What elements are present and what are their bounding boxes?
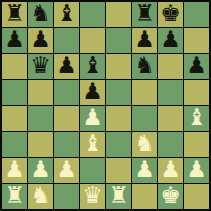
square-h8[interactable] — [184, 2, 209, 27]
square-a7[interactable]: ♟ — [2, 28, 27, 53]
white-pawn-f2[interactable]: ♟ — [134, 158, 155, 182]
black-knight-f6[interactable]: ♞ — [134, 54, 155, 78]
chess-app: ♜♞♝♜♚♟♟♟♟♛♟♝♞♟♟♟♝♝♞♟♟♟♟♟♟♜♞♛♜♚ — [0, 0, 211, 211]
square-h3[interactable] — [184, 132, 209, 157]
white-pawn-d4[interactable]: ♟ — [82, 106, 103, 130]
square-e4[interactable] — [106, 106, 131, 131]
square-a4[interactable] — [2, 106, 27, 131]
square-c3[interactable] — [54, 132, 79, 157]
square-a5[interactable] — [2, 80, 27, 105]
square-g2[interactable]: ♟ — [158, 158, 183, 183]
square-g4[interactable] — [158, 106, 183, 131]
square-h4[interactable]: ♝ — [184, 106, 209, 131]
square-c6[interactable]: ♟ — [54, 54, 79, 79]
square-b6[interactable]: ♛ — [28, 54, 53, 79]
black-pawn-d5[interactable]: ♟ — [82, 80, 103, 104]
black-bishop-c8[interactable]: ♝ — [56, 2, 77, 26]
square-h1[interactable] — [184, 184, 209, 209]
square-b3[interactable] — [28, 132, 53, 157]
white-knight-f3[interactable]: ♞ — [134, 132, 155, 156]
square-d3[interactable]: ♝ — [80, 132, 105, 157]
square-e3[interactable] — [106, 132, 131, 157]
square-g5[interactable] — [158, 80, 183, 105]
black-rook-f8[interactable]: ♜ — [134, 2, 155, 26]
square-a8[interactable]: ♜ — [2, 2, 27, 27]
square-d6[interactable]: ♝ — [80, 54, 105, 79]
white-queen-d1[interactable]: ♛ — [82, 184, 103, 208]
white-pawn-h2[interactable]: ♟ — [186, 158, 207, 182]
square-b4[interactable] — [28, 106, 53, 131]
square-f1[interactable] — [132, 184, 157, 209]
square-a2[interactable]: ♟ — [2, 158, 27, 183]
chess-board: ♜♞♝♜♚♟♟♟♟♛♟♝♞♟♟♟♝♝♞♟♟♟♟♟♟♜♞♛♜♚ — [0, 0, 211, 211]
square-g1[interactable]: ♚ — [158, 184, 183, 209]
white-king-g1[interactable]: ♚ — [160, 184, 181, 208]
square-f2[interactable]: ♟ — [132, 158, 157, 183]
square-c1[interactable] — [54, 184, 79, 209]
square-b2[interactable]: ♟ — [28, 158, 53, 183]
square-d2[interactable] — [80, 158, 105, 183]
square-a3[interactable] — [2, 132, 27, 157]
square-b1[interactable]: ♞ — [28, 184, 53, 209]
white-pawn-g2[interactable]: ♟ — [160, 158, 181, 182]
square-d1[interactable]: ♛ — [80, 184, 105, 209]
square-c7[interactable] — [54, 28, 79, 53]
square-a1[interactable]: ♜ — [2, 184, 27, 209]
white-rook-a1[interactable]: ♜ — [4, 184, 25, 208]
white-knight-b1[interactable]: ♞ — [30, 184, 51, 208]
square-c4[interactable] — [54, 106, 79, 131]
square-g6[interactable] — [158, 54, 183, 79]
white-pawn-a2[interactable]: ♟ — [4, 158, 25, 182]
square-f5[interactable] — [132, 80, 157, 105]
black-bishop-d6[interactable]: ♝ — [82, 54, 103, 78]
square-g7[interactable]: ♟ — [158, 28, 183, 53]
square-f7[interactable]: ♟ — [132, 28, 157, 53]
black-king-g8[interactable]: ♚ — [160, 2, 181, 26]
black-pawn-a7[interactable]: ♟ — [4, 28, 25, 52]
square-f4[interactable] — [132, 106, 157, 131]
black-pawn-c6[interactable]: ♟ — [56, 54, 77, 78]
square-c2[interactable]: ♟ — [54, 158, 79, 183]
white-pawn-c2[interactable]: ♟ — [56, 158, 77, 182]
square-d7[interactable] — [80, 28, 105, 53]
square-c8[interactable]: ♝ — [54, 2, 79, 27]
square-f8[interactable]: ♜ — [132, 2, 157, 27]
square-h5[interactable] — [184, 80, 209, 105]
square-e1[interactable]: ♜ — [106, 184, 131, 209]
black-queen-b6[interactable]: ♛ — [30, 54, 51, 78]
square-g3[interactable] — [158, 132, 183, 157]
square-d4[interactable]: ♟ — [80, 106, 105, 131]
white-bishop-h4[interactable]: ♝ — [186, 106, 207, 130]
black-pawn-h6[interactable]: ♟ — [186, 54, 207, 78]
square-e5[interactable] — [106, 80, 131, 105]
square-f3[interactable]: ♞ — [132, 132, 157, 157]
square-h2[interactable]: ♟ — [184, 158, 209, 183]
square-c5[interactable] — [54, 80, 79, 105]
square-h6[interactable]: ♟ — [184, 54, 209, 79]
black-pawn-b7[interactable]: ♟ — [30, 28, 51, 52]
square-e2[interactable] — [106, 158, 131, 183]
black-knight-b8[interactable]: ♞ — [30, 2, 51, 26]
square-h7[interactable] — [184, 28, 209, 53]
square-f6[interactable]: ♞ — [132, 54, 157, 79]
square-b5[interactable] — [28, 80, 53, 105]
square-e6[interactable] — [106, 54, 131, 79]
white-pawn-b2[interactable]: ♟ — [30, 158, 51, 182]
black-pawn-f7[interactable]: ♟ — [134, 28, 155, 52]
square-b7[interactable]: ♟ — [28, 28, 53, 53]
square-d8[interactable] — [80, 2, 105, 27]
white-rook-e1[interactable]: ♜ — [108, 184, 129, 208]
square-g8[interactable]: ♚ — [158, 2, 183, 27]
square-a6[interactable] — [2, 54, 27, 79]
square-e8[interactable] — [106, 2, 131, 27]
square-b8[interactable]: ♞ — [28, 2, 53, 27]
square-e7[interactable] — [106, 28, 131, 53]
white-bishop-d3[interactable]: ♝ — [82, 132, 103, 156]
square-d5[interactable]: ♟ — [80, 80, 105, 105]
black-rook-a8[interactable]: ♜ — [4, 2, 25, 26]
black-pawn-g7[interactable]: ♟ — [160, 28, 181, 52]
